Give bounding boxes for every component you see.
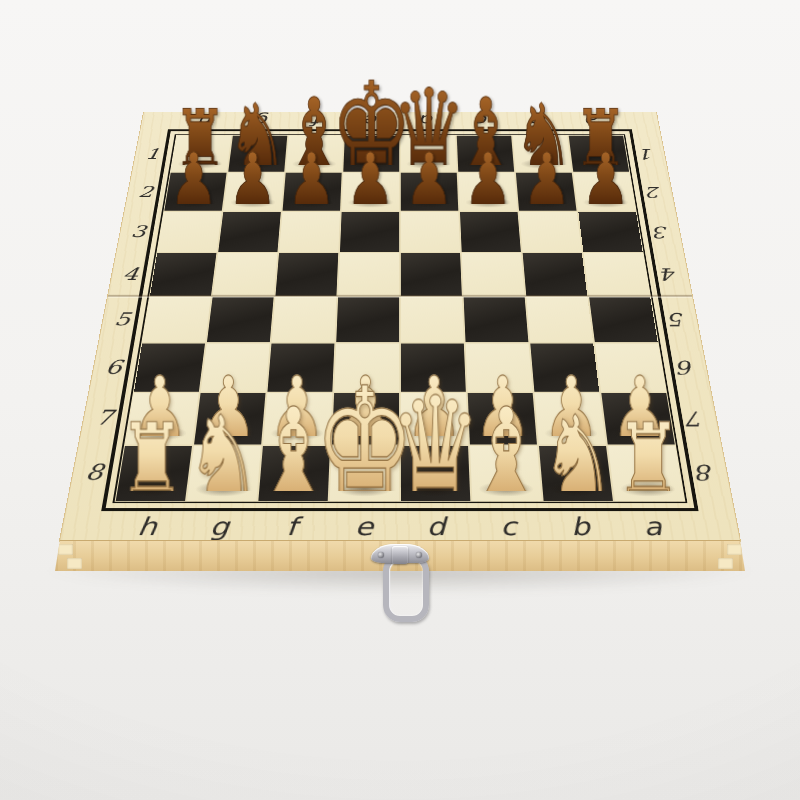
clasp-loop-icon [383,554,429,622]
rank-label-right-4: 4 [647,253,692,297]
square-f4 [275,253,338,296]
file-label-near-c: c [472,511,546,541]
file-label-near-b: b [543,511,618,541]
square-e4 [338,253,399,296]
screw-icon [378,552,384,558]
rank-label-left-4: 4 [108,253,153,297]
rank-label-left-5: 5 [99,296,146,342]
square-a8: ♜ [608,446,684,501]
square-b5 [526,297,593,342]
finger-joint [58,544,73,555]
square-d5 [401,297,464,342]
square-e3 [340,212,399,252]
square-h4 [150,253,216,296]
chess-board: ♜♞♝♚♛♝♞♜♟♟♟♟♟♟♟♟♟♟♟♟♟♟♟♟♜♞♝♚♛♝♞♜ hgfedcb… [60,112,740,541]
piece-wrapper: ♜ [570,390,726,491]
square-c4 [462,253,525,296]
square-g3 [218,212,281,252]
file-label-near-e: e [327,511,400,541]
file-label-near-d: d [400,511,473,541]
file-label-near-f: f [255,511,329,541]
perspective-scene: ♜♞♝♚♛♝♞♜♟♟♟♟♟♟♟♟♟♟♟♟♟♟♟♟♜♞♝♚♛♝♞♜ hgfedcb… [0,0,800,800]
finger-joint [727,544,742,555]
square-f5 [272,297,337,342]
square-b4 [523,253,588,296]
piece-wrapper: ♟ [541,130,671,204]
product-photo: ♜♞♝♚♛♝♞♜♟♟♟♟♟♟♟♟♟♟♟♟♟♟♟♟♜♞♝♚♛♝♞♜ hgfedcb… [0,0,800,800]
file-label-near-a: a [615,511,691,541]
square-h5 [142,297,211,342]
clasp-latch [366,542,434,614]
square-d3 [401,212,460,252]
square-c5 [464,297,529,342]
file-label-near-g: g [182,511,257,541]
light-rook-a8: ♜ [615,410,682,511]
square-a4 [584,253,650,296]
board-grid: ♜♞♝♚♛♝♞♜♟♟♟♟♟♟♟♟♟♟♟♟♟♟♟♟♜♞♝♚♛♝♞♜ [116,136,685,501]
square-c3 [460,212,521,252]
square-h3 [157,212,221,252]
square-f3 [279,212,340,252]
rank-label-right-3: 3 [640,211,684,252]
square-a5 [589,297,658,342]
clasp-tongue-icon [392,546,408,564]
finger-joint [67,558,82,569]
finger-joint [718,558,733,569]
rank-label-right-5: 5 [654,296,701,342]
screw-icon [416,552,422,558]
square-g5 [207,297,274,342]
file-label-near-h: h [109,511,185,541]
file-labels-near: hgfedcba [109,511,691,541]
rank-label-left-3: 3 [116,211,160,252]
square-d4 [401,253,462,296]
square-a3 [578,212,642,252]
square-a2: ♟ [573,173,635,211]
square-b3 [519,212,582,252]
square-g4 [213,253,278,296]
square-e5 [336,297,399,342]
